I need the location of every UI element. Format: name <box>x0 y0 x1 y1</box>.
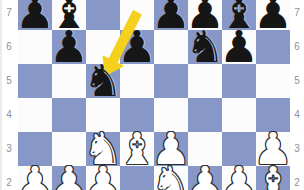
square-g2[interactable]: ♟ <box>222 166 256 190</box>
square-b6[interactable]: ♟ <box>52 30 86 64</box>
square-e5[interactable] <box>154 64 188 98</box>
square-a7[interactable]: ♟ <box>18 0 52 30</box>
rank-label-left-4: 4 <box>0 110 18 120</box>
square-c2[interactable]: ♟ <box>86 166 120 190</box>
rank-label-right-7: 7 <box>290 8 304 18</box>
rank-label-right-6: 6 <box>290 42 304 52</box>
black-pawn-d6[interactable]: ♟ <box>117 25 156 69</box>
black-knight-c5[interactable]: ♞ <box>83 59 122 103</box>
square-e7[interactable]: ♟ <box>154 0 188 30</box>
square-b4[interactable] <box>52 98 86 132</box>
square-h7[interactable]: ♟ <box>256 0 290 30</box>
square-h5[interactable] <box>256 64 290 98</box>
rank-label-left-3: 3 <box>0 144 18 154</box>
square-f2[interactable]: ♟ <box>188 166 222 190</box>
rank-label-left-6: 6 <box>0 42 18 52</box>
square-f6[interactable]: ♞ <box>188 30 222 64</box>
left-edge-strip <box>0 0 2 190</box>
rank-label-left-2: 2 <box>0 178 18 188</box>
rank-label-right-3: 3 <box>290 144 304 154</box>
rank-label-right-5: 5 <box>290 76 304 86</box>
square-a2[interactable]: ♟ <box>18 166 52 190</box>
chess-board-screenshot: ♟♝♟♟♝♟♟♟♞♟♞♞♝♟♟♟♟♟♞♟♟♝ 776655443322 <box>0 0 304 190</box>
square-e2[interactable]: ♞ <box>154 166 188 190</box>
rank-label-left-7: 7 <box>0 8 18 18</box>
rank-label-left-5: 5 <box>0 76 18 86</box>
square-a5[interactable] <box>18 64 52 98</box>
black-pawn-g6[interactable]: ♟ <box>219 25 258 69</box>
white-pawn-c2[interactable]: ♟ <box>83 161 122 190</box>
square-f4[interactable] <box>188 98 222 132</box>
square-d6[interactable]: ♟ <box>120 30 154 64</box>
square-d3[interactable]: ♝ <box>120 132 154 166</box>
square-a4[interactable] <box>18 98 52 132</box>
square-c7[interactable] <box>86 0 120 30</box>
rank-label-right-2: 2 <box>290 178 304 188</box>
square-b2[interactable]: ♟ <box>52 166 86 190</box>
white-bishop-h2[interactable]: ♝ <box>253 161 292 190</box>
rank-label-right-4: 4 <box>290 110 304 120</box>
black-pawn-h7[interactable]: ♟ <box>253 0 292 35</box>
square-g6[interactable]: ♟ <box>222 30 256 64</box>
square-h2[interactable]: ♝ <box>256 166 290 190</box>
square-g4[interactable] <box>222 98 256 132</box>
square-c5[interactable]: ♞ <box>86 64 120 98</box>
chess-board: ♟♝♟♟♝♟♟♟♞♟♞♞♝♟♟♟♟♟♞♟♟♝ <box>18 0 290 190</box>
